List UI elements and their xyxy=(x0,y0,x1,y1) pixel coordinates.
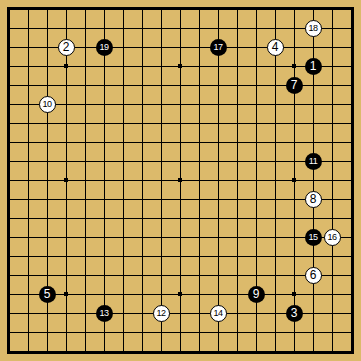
move-number: 2 xyxy=(63,41,70,53)
stone-8-white: 8 xyxy=(305,191,322,208)
move-number: 3 xyxy=(291,307,298,319)
star-point xyxy=(178,292,182,296)
stone-12-white: 12 xyxy=(153,305,170,322)
stone-13-black: 13 xyxy=(96,305,113,322)
move-number: 7 xyxy=(291,79,298,91)
stone-1-black: 1 xyxy=(305,58,322,75)
move-number: 15 xyxy=(308,233,317,242)
stone-14-white: 14 xyxy=(210,305,227,322)
move-number: 9 xyxy=(253,288,260,300)
move-number: 19 xyxy=(99,43,108,52)
move-number: 12 xyxy=(156,309,165,318)
star-point xyxy=(178,64,182,68)
stone-9-black: 9 xyxy=(248,286,265,303)
stone-2-white: 2 xyxy=(58,39,75,56)
move-number: 17 xyxy=(213,43,222,52)
move-number: 4 xyxy=(272,41,279,53)
move-number: 13 xyxy=(99,309,108,318)
stone-4-white: 4 xyxy=(267,39,284,56)
star-point xyxy=(292,292,296,296)
stone-6-white: 6 xyxy=(305,267,322,284)
star-point xyxy=(292,178,296,182)
stone-15-black: 15 xyxy=(305,229,322,246)
stone-16-white: 16 xyxy=(324,229,341,246)
star-point xyxy=(292,64,296,68)
stone-5-black: 5 xyxy=(39,286,56,303)
move-number: 14 xyxy=(213,309,222,318)
move-number: 5 xyxy=(44,288,51,300)
go-board: 12345678910111213141516171819 xyxy=(0,0,361,361)
stone-17-black: 17 xyxy=(210,39,227,56)
star-point xyxy=(178,178,182,182)
star-point xyxy=(64,178,68,182)
move-number: 1 xyxy=(310,60,317,72)
move-number: 18 xyxy=(308,24,317,33)
stone-10-white: 10 xyxy=(39,96,56,113)
move-number: 8 xyxy=(310,193,317,205)
star-point xyxy=(64,292,68,296)
move-number: 16 xyxy=(327,233,336,242)
move-number: 6 xyxy=(310,269,317,281)
star-point xyxy=(64,64,68,68)
stone-18-white: 18 xyxy=(305,20,322,37)
stone-11-black: 11 xyxy=(305,153,322,170)
move-number: 10 xyxy=(42,100,51,109)
move-number: 11 xyxy=(309,157,317,166)
stone-7-black: 7 xyxy=(286,77,303,94)
stone-19-black: 19 xyxy=(96,39,113,56)
stone-3-black: 3 xyxy=(286,305,303,322)
